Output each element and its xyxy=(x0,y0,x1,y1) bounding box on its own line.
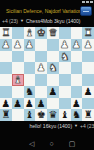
square-c5[interactable] xyxy=(59,74,71,86)
square-h4[interactable] xyxy=(0,62,12,74)
black-dropdown-caret-icon[interactable]: ▼ xyxy=(74,123,78,129)
square-d6[interactable]: ♟ xyxy=(47,86,59,98)
black-p-piece: ♟ xyxy=(13,98,22,110)
back-icon[interactable]: ◁ xyxy=(29,140,34,147)
black-n-piece: ♞ xyxy=(72,109,81,121)
square-f5[interactable] xyxy=(24,74,36,86)
white-p-piece: ♟ xyxy=(37,62,46,74)
square-h3[interactable] xyxy=(0,51,12,63)
white-player-row[interactable]: +4 (23) ▼ Chess4Mob 3kyu (1400) xyxy=(0,16,94,26)
black-player-row[interactable]: hello! 16kyu (1400) ▼ +4 (23) xyxy=(0,121,94,131)
black-player-name: hello! 16kyu (1400) xyxy=(30,123,73,129)
black-r-piece: ♜ xyxy=(84,109,93,121)
white-n-piece: ♞ xyxy=(48,62,57,74)
square-b4[interactable] xyxy=(71,62,83,74)
square-a6[interactable]: ♟ xyxy=(82,86,94,98)
white-p-piece: ♟ xyxy=(13,39,22,51)
square-d3[interactable] xyxy=(47,51,59,63)
black-q-piece: ♛ xyxy=(48,109,57,121)
white-b-piece: ♝ xyxy=(25,27,34,39)
square-d4[interactable]: ♞ xyxy=(47,62,59,74)
square-e7[interactable]: ♟ xyxy=(35,98,47,110)
square-d5[interactable] xyxy=(47,74,59,86)
square-c8[interactable]: ♝ xyxy=(59,109,71,121)
square-b7[interactable]: ♟ xyxy=(71,98,83,110)
square-e3[interactable] xyxy=(35,51,47,63)
square-f8[interactable]: ♝ xyxy=(24,109,36,121)
square-b3[interactable] xyxy=(71,51,83,63)
black-p-piece: ♟ xyxy=(48,86,57,98)
square-a8[interactable]: ♜ xyxy=(82,109,94,121)
black-p-piece: ♟ xyxy=(72,98,81,110)
black-p-piece: ♟ xyxy=(84,86,93,98)
signal-icon xyxy=(82,1,85,3)
square-e8[interactable]: ♚ xyxy=(35,109,47,121)
square-g8[interactable] xyxy=(12,109,24,121)
square-d7[interactable] xyxy=(47,98,59,110)
square-e4[interactable]: ♟ xyxy=(35,62,47,74)
black-n-piece: ♞ xyxy=(25,86,34,98)
white-p-piece: ♟ xyxy=(60,39,69,51)
square-g3[interactable] xyxy=(12,51,24,63)
chess-board: ♜♝♚♛♜♟♟♟♟♟♟♞♟♞♝♞♟♟♟♟♟♟♟♜♝♚♛♝♞♜ xyxy=(0,27,94,121)
square-b8[interactable]: ♞ xyxy=(71,109,83,121)
square-h6[interactable] xyxy=(0,86,12,98)
square-g4[interactable] xyxy=(12,62,24,74)
square-c1[interactable] xyxy=(59,27,71,39)
square-c4[interactable] xyxy=(59,62,71,74)
white-dropdown-caret-icon[interactable]: ▼ xyxy=(20,18,24,24)
square-c7[interactable] xyxy=(59,98,71,110)
phone-screen: Sicilian Defence, Najdorf Variation +4 (… xyxy=(0,0,94,150)
white-q-piece: ♛ xyxy=(48,27,57,39)
black-r-piece: ♜ xyxy=(1,109,10,121)
square-h8[interactable]: ♜ xyxy=(0,109,12,121)
white-p-piece: ♟ xyxy=(1,39,10,51)
square-b1[interactable] xyxy=(71,27,83,39)
square-c2[interactable]: ♟ xyxy=(59,39,71,51)
square-e5[interactable] xyxy=(35,74,47,86)
square-e2[interactable] xyxy=(35,39,47,51)
square-h5[interactable] xyxy=(0,74,12,86)
square-d2[interactable] xyxy=(47,39,59,51)
white-player-clock: +4 (23) xyxy=(2,18,18,24)
square-f1[interactable]: ♝ xyxy=(24,27,36,39)
white-b-piece: ♝ xyxy=(13,74,22,86)
black-b-piece: ♝ xyxy=(25,109,34,121)
square-a7[interactable] xyxy=(82,98,94,110)
square-g6[interactable] xyxy=(12,86,24,98)
square-d1[interactable]: ♛ xyxy=(47,27,59,39)
square-b2[interactable]: ♟ xyxy=(71,39,83,51)
black-p-piece: ♟ xyxy=(1,98,10,110)
square-a1[interactable]: ♜ xyxy=(82,27,94,39)
square-f2[interactable]: ♟ xyxy=(24,39,36,51)
white-p-piece: ♟ xyxy=(72,39,81,51)
square-f6[interactable]: ♞ xyxy=(24,86,36,98)
square-g1[interactable] xyxy=(12,27,24,39)
black-p-piece: ♟ xyxy=(37,98,46,110)
square-d8[interactable]: ♛ xyxy=(47,109,59,121)
black-b-piece: ♝ xyxy=(60,109,69,121)
square-a4[interactable] xyxy=(82,62,94,74)
square-g2[interactable]: ♟ xyxy=(12,39,24,51)
square-e6[interactable] xyxy=(35,86,47,98)
square-c6[interactable] xyxy=(59,86,71,98)
square-a2[interactable]: ♟ xyxy=(82,39,94,51)
square-c3[interactable]: ♞ xyxy=(59,51,71,63)
black-k-piece: ♚ xyxy=(37,109,46,121)
recents-icon[interactable]: ▢ xyxy=(69,140,76,147)
white-player-name: Chess4Mob 3kyu (1400) xyxy=(26,18,80,24)
square-g5[interactable]: ♝ xyxy=(12,74,24,86)
square-f4[interactable] xyxy=(24,62,36,74)
clock-icon xyxy=(90,1,93,3)
square-f3[interactable] xyxy=(24,51,36,63)
square-f7[interactable]: ♟ xyxy=(24,98,36,110)
square-b6[interactable] xyxy=(71,86,83,98)
square-h1[interactable]: ♜ xyxy=(0,27,12,39)
home-icon[interactable]: ○ xyxy=(49,140,53,147)
white-n-piece: ♞ xyxy=(60,51,69,63)
square-b5[interactable] xyxy=(71,74,83,86)
battery-icon xyxy=(86,1,89,3)
white-r-piece: ♜ xyxy=(84,27,93,39)
square-a5[interactable] xyxy=(82,74,94,86)
android-nav-bar: ◁ ○ ▢ xyxy=(0,136,94,150)
square-g7[interactable]: ♟ xyxy=(12,98,24,110)
square-a3[interactable] xyxy=(82,51,94,63)
opening-name-label: Sicilian Defence, Najdorf Variation xyxy=(0,8,80,14)
square-h7[interactable]: ♟ xyxy=(0,98,12,110)
white-r-piece: ♜ xyxy=(1,27,10,39)
white-p-piece: ♟ xyxy=(25,39,34,51)
black-player-clock: +4 (23) xyxy=(80,123,94,129)
analysis-button[interactable] xyxy=(80,6,92,16)
square-e1[interactable]: ♚ xyxy=(35,27,47,39)
white-k-piece: ♚ xyxy=(37,27,46,39)
white-p-piece: ♟ xyxy=(84,39,93,51)
black-p-piece: ♟ xyxy=(25,98,34,110)
square-h2[interactable]: ♟ xyxy=(0,39,12,51)
